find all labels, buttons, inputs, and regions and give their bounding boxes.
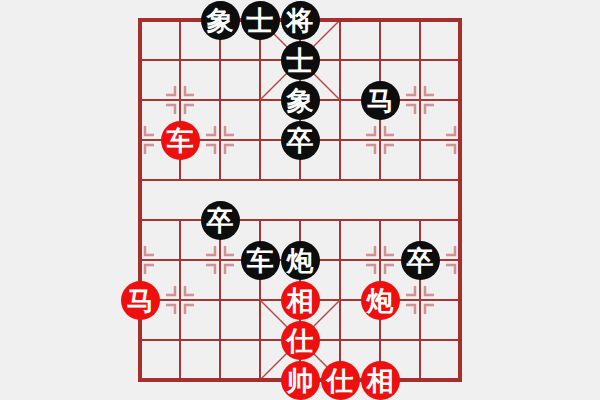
red-general[interactable]: 帅 — [281, 361, 320, 400]
red-horse[interactable]: 马 — [121, 281, 160, 320]
red-elephant[interactable]: 相 — [361, 361, 400, 400]
red-chariot[interactable]: 车 — [161, 121, 200, 160]
red-advisor[interactable]: 仕 — [281, 321, 320, 360]
black-elephant[interactable]: 象 — [281, 81, 320, 120]
xiangqi-app: 象士将士象马卒车卒车炮卒马相炮仕帅仕相 — [0, 0, 600, 400]
black-elephant[interactable]: 象 — [201, 1, 240, 40]
black-general[interactable]: 将 — [281, 1, 320, 40]
black-advisor[interactable]: 士 — [241, 1, 280, 40]
black-soldier[interactable]: 卒 — [401, 241, 440, 280]
red-advisor[interactable]: 仕 — [321, 361, 360, 400]
red-cannon[interactable]: 炮 — [361, 281, 400, 320]
black-soldier[interactable]: 卒 — [281, 121, 320, 160]
black-cannon[interactable]: 炮 — [281, 241, 320, 280]
black-advisor[interactable]: 士 — [281, 41, 320, 80]
black-horse[interactable]: 马 — [361, 81, 400, 120]
red-elephant[interactable]: 相 — [281, 281, 320, 320]
black-chariot[interactable]: 车 — [241, 241, 280, 280]
black-soldier[interactable]: 卒 — [201, 201, 240, 240]
